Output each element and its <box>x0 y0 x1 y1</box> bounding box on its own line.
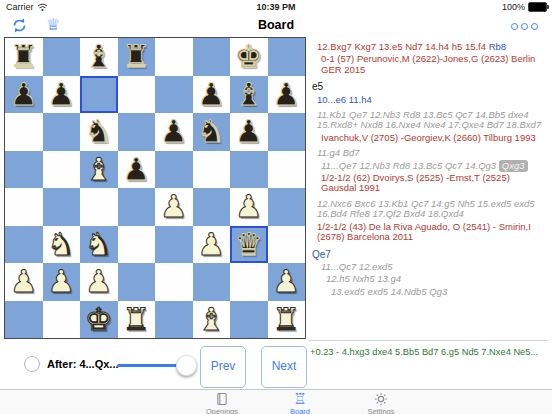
piece-white-king: ♚ <box>80 301 118 339</box>
square-f1[interactable]: ♝ <box>193 301 231 339</box>
square-e8[interactable] <box>155 38 193 76</box>
tab-openings[interactable]: Openings <box>187 391 257 414</box>
move-text[interactable]: 1/2-1/2 (62) Dvoirys,S (2525) -Ernst,T (… <box>321 172 510 193</box>
square-h8[interactable] <box>268 38 306 76</box>
piece-black-rook: ♜ <box>5 38 43 76</box>
square-e4[interactable]: ♟ <box>155 188 193 226</box>
square-f8[interactable] <box>193 38 231 76</box>
move-text[interactable]: 12.Nxc6 Bxc6 13.Kb1 Qc7 14.g5 Nh5 15.exd… <box>317 198 535 219</box>
prev-button[interactable]: Prev <box>200 346 246 388</box>
piece-white-bishop: ♝ <box>80 151 118 189</box>
square-a5[interactable] <box>5 151 43 189</box>
tab-label: Openings <box>187 407 257 414</box>
engine-analysis-line[interactable]: +0.23 - 4.hxg3 dxe4 5.Bb5 Bd7 6.g5 Nd5 7… <box>310 347 552 357</box>
move-line[interactable]: 11.Kb1 Qe7 12.Nb3 Rd8 13.Bc5 Qc7 14.Bb5 … <box>308 110 546 131</box>
square-g4[interactable]: ♟ <box>230 188 268 226</box>
piece-white-rook: ♜ <box>268 301 306 339</box>
tab-bar: Openings ♖ Board Settings <box>0 389 552 414</box>
piece-black-knight: ♞ <box>80 113 118 151</box>
piece-white-pawn: ♟ <box>155 188 193 226</box>
move-line[interactable]: Ivanchuk,V (2705) -Georgiev,K (2660) Til… <box>308 133 546 143</box>
square-f4[interactable] <box>193 188 231 226</box>
square-d7[interactable] <box>118 76 156 114</box>
piece-white-pawn: ♟ <box>268 263 306 301</box>
square-b4[interactable] <box>43 188 81 226</box>
divider <box>308 340 548 341</box>
square-f3[interactable]: ♟ <box>193 226 231 264</box>
move-line[interactable]: 12.h5 Nxh5 13.g4 <box>308 274 546 284</box>
piece-white-knight: ♞ <box>43 226 81 264</box>
square-f7[interactable]: ♟ <box>193 76 231 114</box>
move-line[interactable]: 11...Qc7 12.exd5 <box>308 262 546 272</box>
analysis-toggle-circle[interactable] <box>24 356 40 372</box>
page-title: Board <box>0 18 552 32</box>
square-e2[interactable] <box>155 263 193 301</box>
square-g7[interactable]: ♝ <box>230 76 268 114</box>
piece-black-bishop: ♝ <box>80 38 118 76</box>
chess-board[interactable]: ♜♝♜♚♟♟♟♝♟♞♟♞♟♝♟♟♟♞♞♟♛♟♟♟♟♚♜♝♜ <box>4 37 306 339</box>
square-e3[interactable] <box>155 226 193 264</box>
tab-settings[interactable]: Settings <box>346 391 416 414</box>
square-b7[interactable]: ♟ <box>43 76 81 114</box>
book-icon <box>187 392 257 407</box>
piece-black-pawn: ♟ <box>268 76 306 114</box>
move-navigation-controls: After: 4...Qx... Prev Next <box>0 344 308 388</box>
more-options-icon[interactable] <box>511 23 538 30</box>
clock-time: 10:39 PM <box>0 2 552 12</box>
nav-bar: ♕ Board <box>0 15 552 37</box>
move-line[interactable]: Qe7 <box>308 250 546 260</box>
move-text[interactable]: Ivanchuk,V (2705) -Georgiev,K (2660) Til… <box>321 132 536 143</box>
square-h6[interactable] <box>268 113 306 151</box>
piece-white-pawn: ♟ <box>230 188 268 226</box>
square-e5[interactable] <box>155 151 193 189</box>
move-line[interactable]: 10...e6 11.h4 <box>308 95 546 105</box>
piece-black-pawn: ♟ <box>5 76 43 114</box>
square-a3[interactable] <box>5 226 43 264</box>
square-b6[interactable] <box>43 113 81 151</box>
square-c2[interactable]: ♟ <box>80 263 118 301</box>
move-line[interactable]: 1/2-1/2 (62) Dvoirys,S (2525) -Ernst,T (… <box>308 173 546 194</box>
square-h1[interactable]: ♜ <box>268 301 306 339</box>
square-a2[interactable]: ♟ <box>5 263 43 301</box>
piece-black-pawn: ♟ <box>230 113 268 151</box>
move-text[interactable]: 11.Kb1 Qe7 12.Nb3 Rd8 13.Bc5 Qc7 14.Bb5 … <box>317 109 541 130</box>
piece-white-pawn: ♟ <box>80 263 118 301</box>
move-text[interactable]: Qe7 <box>312 249 331 260</box>
square-b5[interactable] <box>43 151 81 189</box>
move-line[interactable]: e5 <box>308 82 546 92</box>
square-h4[interactable] <box>268 188 306 226</box>
square-g2[interactable] <box>230 263 268 301</box>
square-f5[interactable] <box>193 151 231 189</box>
square-a8[interactable]: ♜ <box>5 38 43 76</box>
piece-black-knight: ♞ <box>193 113 231 151</box>
square-h3[interactable] <box>268 226 306 264</box>
status-bar: Carrier 10:39 PM 100% <box>0 0 552 15</box>
square-c8[interactable]: ♝ <box>80 38 118 76</box>
move-line[interactable]: 1/2-1/2 (43) De la Riva Aguado, O (2541)… <box>308 222 546 243</box>
piece-white-knight: ♞ <box>80 226 118 264</box>
piece-black-bishop: ♝ <box>230 76 268 114</box>
square-e7[interactable] <box>155 76 193 114</box>
square-c7[interactable] <box>80 76 118 114</box>
square-a1[interactable] <box>5 301 43 339</box>
square-b1[interactable] <box>43 301 81 339</box>
square-d1[interactable]: ♜ <box>118 301 156 339</box>
move-text[interactable]: 13.exd5 exd5 14.Ndb5 Qg3 <box>331 286 447 297</box>
move-text[interactable]: 11...Qe7 12.Nb3 Rd8 13.Bc5 Qc7 14.Qg3 <box>321 160 499 171</box>
square-c3[interactable]: ♞ <box>80 226 118 264</box>
move-text[interactable]: 11.g4 Bd7 <box>317 147 360 158</box>
move-text[interactable]: 12.h5 Nxh5 13.g4 <box>326 273 401 284</box>
move-line[interactable]: 13.exd5 exd5 14.Ndb5 Qg3 <box>308 287 546 297</box>
move-line[interactable]: 12.Bxg7 Kxg7 13.e5 Nd7 14.h4 h5 15.f4 Rb… <box>308 42 546 52</box>
square-d6[interactable] <box>118 113 156 151</box>
square-a6[interactable] <box>5 113 43 151</box>
piece-black-pawn: ♟ <box>155 113 193 151</box>
piece-black-pawn: ♟ <box>43 76 81 114</box>
piece-white-pawn: ♟ <box>5 263 43 301</box>
battery-icon <box>528 2 547 12</box>
tab-label: Board <box>265 407 335 414</box>
tab-board[interactable]: ♖ Board <box>265 391 335 414</box>
move-text[interactable]: Rb8 <box>489 41 506 52</box>
move-slider-thumb[interactable] <box>176 355 197 376</box>
move-text[interactable]: 0-1 (57) Perunovic,M (2622)-Jones,G (262… <box>321 53 535 74</box>
battery-percent: 100% <box>502 2 525 12</box>
square-c6[interactable]: ♞ <box>80 113 118 151</box>
current-move-label: After: 4...Qx... <box>47 358 119 370</box>
square-c4[interactable] <box>80 188 118 226</box>
square-c1[interactable]: ♚ <box>80 301 118 339</box>
piece-black-queen: ♛ <box>230 226 268 264</box>
square-b2[interactable]: ♟ <box>43 263 81 301</box>
square-c5[interactable]: ♝ <box>80 151 118 189</box>
move-text[interactable]: 1/2-1/2 (43) De la Riva Aguado, O (2541)… <box>317 221 531 242</box>
piece-black-rook: ♜ <box>118 38 156 76</box>
square-f6[interactable]: ♞ <box>193 113 231 151</box>
square-g5[interactable] <box>230 151 268 189</box>
move-line[interactable]: 0-1 (57) Perunovic,M (2622)-Jones,G (262… <box>308 54 546 75</box>
chess-app-window: Carrier 10:39 PM 100% <box>0 0 552 414</box>
square-d4[interactable] <box>118 188 156 226</box>
square-g3[interactable]: ♛ <box>230 226 268 264</box>
square-g1[interactable] <box>230 301 268 339</box>
piece-black-pawn: ♟ <box>193 76 231 114</box>
move-text[interactable]: e5 <box>312 81 323 92</box>
gear-icon <box>346 392 416 407</box>
piece-white-pawn: ♟ <box>193 226 231 264</box>
square-g8[interactable]: ♚ <box>230 38 268 76</box>
square-g6[interactable]: ♟ <box>230 113 268 151</box>
piece-white-rook: ♜ <box>118 301 156 339</box>
square-a4[interactable] <box>5 188 43 226</box>
square-d3[interactable] <box>118 226 156 264</box>
move-line[interactable]: 11...Qe7 12.Nb3 Rd8 13.Bc5 Qc7 14.Qg3 Qx… <box>308 161 546 171</box>
piece-black-pawn: ♟ <box>118 151 156 189</box>
square-e1[interactable] <box>155 301 193 339</box>
square-h7[interactable]: ♟ <box>268 76 306 114</box>
square-h2[interactable]: ♟ <box>268 263 306 301</box>
move-text[interactable]: 10...e6 11.h4 <box>317 94 372 105</box>
tab-label: Settings <box>346 407 416 414</box>
square-f2[interactable] <box>193 263 231 301</box>
square-d5[interactable]: ♟ <box>118 151 156 189</box>
next-button[interactable]: Next <box>261 346 307 388</box>
square-d2[interactable] <box>118 263 156 301</box>
move-text[interactable]: 11...Qc7 12.exd5 <box>321 261 393 272</box>
piece-black-king: ♚ <box>230 38 268 76</box>
move-text[interactable]: 12.Bxg7 Kxg7 13.e5 Nd7 14.h4 h5 15.f4 <box>317 41 489 52</box>
square-h5[interactable] <box>268 151 306 189</box>
piece-white-pawn: ♟ <box>43 263 81 301</box>
square-a7[interactable]: ♟ <box>5 76 43 114</box>
square-b3[interactable]: ♞ <box>43 226 81 264</box>
square-b8[interactable] <box>43 38 81 76</box>
move-line[interactable]: 11.g4 Bd7 <box>308 148 546 158</box>
piece-white-bishop: ♝ <box>193 301 231 339</box>
square-e6[interactable]: ♟ <box>155 113 193 151</box>
square-d8[interactable]: ♜ <box>118 38 156 76</box>
moves-panel: 12.Bxg7 Kxg7 13.e5 Nd7 14.h4 h5 15.f4 Rb… <box>308 42 546 299</box>
move-line[interactable]: 12.Nxc6 Bxc6 13.Kb1 Qc7 14.g5 Nh5 15.exd… <box>308 199 546 220</box>
rook-icon: ♖ <box>265 392 335 407</box>
selected-move[interactable]: Qxg3 <box>499 160 528 172</box>
